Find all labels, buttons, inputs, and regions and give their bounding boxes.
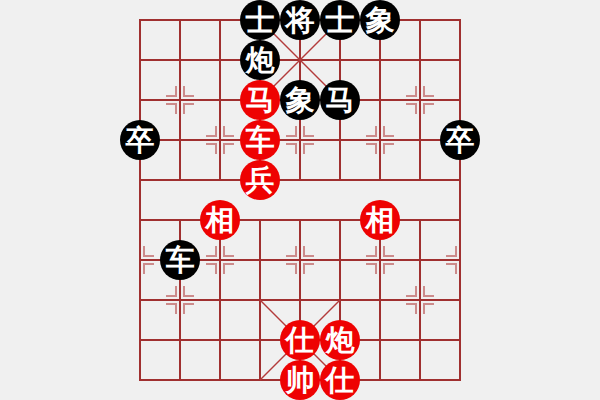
piece-black-elephant[interactable]: 象: [280, 80, 320, 120]
piece-black-advisor[interactable]: 士: [320, 0, 360, 40]
piece-black-elephant[interactable]: 象: [360, 0, 400, 40]
piece-black-soldier[interactable]: 卒: [120, 120, 160, 160]
piece-black-general[interactable]: 将: [280, 0, 320, 40]
piece-red-elephant[interactable]: 相: [200, 200, 240, 240]
piece-red-advisor[interactable]: 仕: [280, 320, 320, 360]
piece-black-horse[interactable]: 马: [320, 80, 360, 120]
piece-black-advisor[interactable]: 士: [240, 0, 280, 40]
piece-red-soldier[interactable]: 兵: [240, 160, 280, 200]
piece-black-cannon[interactable]: 炮: [240, 40, 280, 80]
piece-red-chariot[interactable]: 车: [240, 120, 280, 160]
piece-red-horse[interactable]: 马: [240, 80, 280, 120]
piece-black-soldier[interactable]: 卒: [440, 120, 480, 160]
piece-red-general[interactable]: 帅: [280, 360, 320, 400]
xiangqi-board[interactable]: 士将士象炮马象马卒车卒兵相相车仕炮帅仕: [120, 0, 480, 400]
piece-red-cannon[interactable]: 炮: [320, 320, 360, 360]
piece-red-advisor[interactable]: 仕: [320, 360, 360, 400]
piece-black-chariot[interactable]: 车: [160, 240, 200, 280]
piece-red-elephant[interactable]: 相: [360, 200, 400, 240]
board-area: 士将士象炮马象马卒车卒兵相相车仕炮帅仕: [0, 0, 600, 400]
